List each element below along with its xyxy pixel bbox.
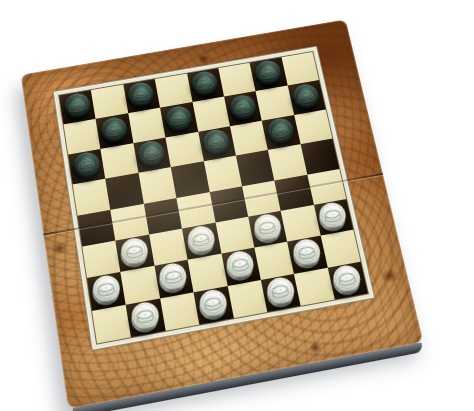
white-man-glyph: ⛀ (321, 201, 345, 229)
white-man-glyph: ⛀ (123, 237, 146, 266)
square-r8c2[interactable]: ⛀ (126, 298, 165, 337)
black-piece[interactable]: ⛂ (100, 115, 129, 143)
white-man-glyph: ⛀ (268, 276, 292, 305)
white-piece[interactable]: ⛀ (317, 201, 348, 230)
white-man-glyph: ⛀ (134, 301, 157, 331)
white-man-glyph: ⛀ (295, 238, 319, 267)
square-r8c8[interactable]: ⛀ (327, 261, 368, 299)
black-man-glyph: ⛂ (257, 60, 279, 86)
black-man-glyph: ⛂ (76, 151, 98, 178)
white-piece[interactable]: ⛀ (225, 250, 256, 280)
white-piece[interactable]: ⛀ (158, 262, 189, 292)
board-grid: ⛂⛂⛂⛂⛂⛂⛂⛂⛂⛂⛂⛂⛀⛀⛀⛀⛀⛀⛀⛀⛀⛀⛀⛀ (59, 52, 368, 344)
black-piece[interactable]: ⛂ (137, 139, 167, 167)
black-piece[interactable]: ⛂ (228, 93, 258, 121)
black-man-glyph: ⛂ (141, 140, 163, 167)
black-man-glyph: ⛂ (103, 116, 125, 143)
black-piece[interactable]: ⛂ (72, 150, 101, 179)
black-piece[interactable]: ⛂ (63, 92, 92, 120)
white-piece[interactable]: ⛀ (291, 238, 322, 268)
white-man-glyph: ⛀ (229, 250, 252, 279)
white-man-glyph: ⛀ (190, 225, 213, 254)
black-piece[interactable]: ⛂ (291, 82, 321, 110)
square-r8c1 (92, 304, 131, 343)
black-man-glyph: ⛂ (67, 92, 88, 118)
black-man-glyph: ⛂ (295, 83, 318, 109)
wooden-frame: ⛂⛂⛂⛂⛂⛂⛂⛂⛂⛂⛂⛂⛀⛀⛀⛀⛀⛀⛀⛀⛀⛀⛀⛀ (21, 19, 424, 409)
white-man-glyph: ⛀ (335, 264, 359, 293)
black-piece[interactable]: ⛂ (127, 81, 156, 108)
playing-area: ⛂⛂⛂⛂⛂⛂⛂⛂⛂⛂⛂⛂⛀⛀⛀⛀⛀⛀⛀⛀⛀⛀⛀⛀ (53, 46, 376, 351)
black-man-glyph: ⛂ (231, 94, 253, 120)
black-piece[interactable]: ⛂ (201, 128, 231, 156)
white-piece[interactable]: ⛀ (252, 212, 283, 242)
checkers-board: ⛂⛂⛂⛂⛂⛂⛂⛂⛂⛂⛂⛂⛀⛀⛀⛀⛀⛀⛀⛀⛀⛀⛀⛀ (21, 19, 424, 409)
black-piece[interactable]: ⛂ (164, 104, 193, 132)
white-piece[interactable]: ⛀ (197, 288, 228, 319)
white-piece[interactable]: ⛀ (119, 236, 149, 266)
white-piece[interactable]: ⛀ (265, 275, 296, 306)
black-man-glyph: ⛂ (130, 81, 152, 107)
white-man-glyph: ⛀ (95, 275, 118, 304)
white-man-glyph: ⛀ (162, 262, 185, 291)
black-man-glyph: ⛂ (269, 117, 292, 144)
square-r8c3 (160, 292, 200, 331)
photo-canvas: ⛂⛂⛂⛂⛂⛂⛂⛂⛂⛂⛂⛂⛀⛀⛀⛀⛀⛀⛀⛀⛀⛀⛀⛀ (0, 0, 474, 411)
white-piece[interactable]: ⛀ (130, 300, 161, 331)
black-piece[interactable]: ⛂ (253, 59, 282, 86)
black-piece[interactable]: ⛂ (190, 70, 219, 97)
white-man-glyph: ⛀ (201, 288, 225, 318)
white-piece[interactable]: ⛀ (186, 224, 217, 254)
white-piece[interactable]: ⛀ (331, 263, 363, 294)
board-side-edge (73, 343, 424, 411)
black-piece[interactable]: ⛂ (266, 117, 296, 145)
white-piece[interactable]: ⛀ (91, 274, 121, 305)
black-man-glyph: ⛂ (205, 128, 227, 155)
black-man-glyph: ⛂ (194, 70, 216, 96)
black-man-glyph: ⛂ (168, 105, 190, 132)
white-man-glyph: ⛀ (256, 213, 279, 241)
